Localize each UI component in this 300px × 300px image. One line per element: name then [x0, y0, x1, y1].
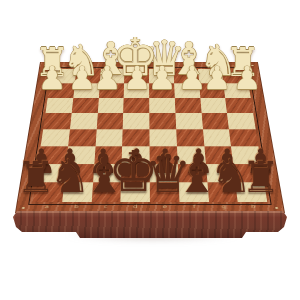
screw-dot-icon: [22, 207, 25, 209]
square: [149, 98, 175, 113]
square: [200, 98, 227, 113]
piece-white-pawn[interactable]: ♟: [68, 63, 97, 95]
square: [225, 98, 253, 113]
square: [123, 98, 149, 113]
file-label: g: [209, 203, 239, 212]
square: [97, 98, 123, 113]
chess-set-product-photo: abcdefgh abcdefgh ♜♞♝♛♚♝♞♜♟♟♟♟♟♟♟♟♟♟♟♟♟♟…: [0, 0, 300, 300]
piece-white-pawn[interactable]: ♟: [93, 63, 122, 95]
square: [43, 113, 71, 129]
square: [45, 98, 73, 113]
piece-layer: ♜♞♝♛♚♝♞♜♟♟♟♟♟♟♟♟♟♟♟♟♟♟♟♟♜♞♝♛♚♝♞♜: [0, 0, 300, 300]
square: [227, 113, 256, 129]
square: [71, 98, 98, 113]
piece-black-rook[interactable]: ♜: [16, 155, 55, 198]
piece-white-pawn[interactable]: ♟: [148, 63, 177, 95]
square: [201, 113, 229, 129]
file-label: h: [238, 203, 269, 212]
square: [149, 113, 176, 129]
piece-white-pawn[interactable]: ♟: [178, 63, 207, 95]
square: [70, 113, 98, 129]
piece-black-knight[interactable]: ♞: [49, 153, 91, 199]
square: [175, 98, 202, 113]
piece-white-pawn[interactable]: ♟: [233, 63, 262, 95]
square: [175, 113, 202, 129]
screw-dot-icon: [275, 207, 278, 209]
square: [123, 113, 150, 129]
square: [96, 113, 123, 129]
file-label: a: [31, 203, 62, 212]
piece-white-pawn[interactable]: ♟: [38, 63, 67, 95]
file-label: f: [179, 203, 209, 212]
piece-white-pawn[interactable]: ♟: [123, 63, 152, 95]
piece-white-pawn[interactable]: ♟: [203, 63, 232, 95]
file-label: b: [61, 203, 91, 212]
